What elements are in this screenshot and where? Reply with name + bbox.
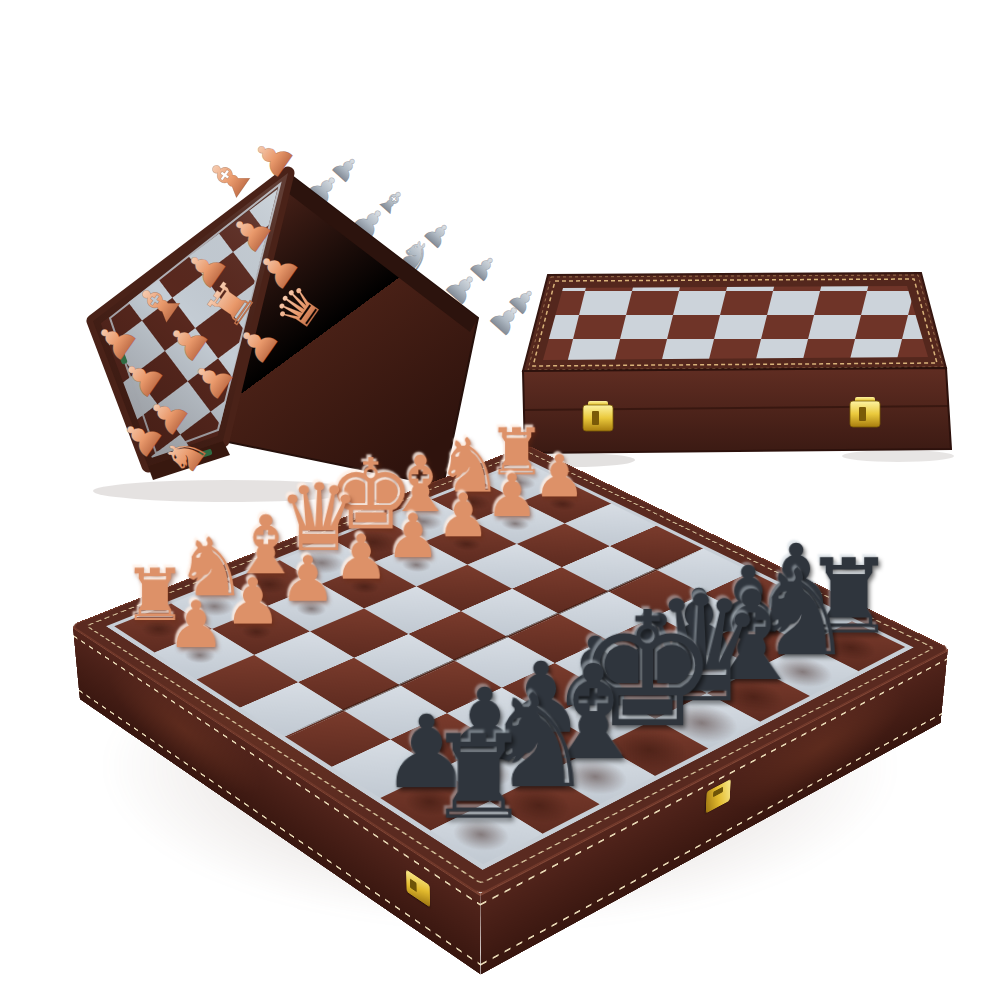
open-chess-board: ♜♟♟♜♞♟♟♞♝♟♟♝♚♟♟♛♛♟♟♚♝♟♟♝♞♟♟♞♜♟♟♜ (195, 325, 815, 945)
piece-black-rook-a8: ♜ (399, 720, 558, 836)
case-clasp-right[interactable] (850, 397, 880, 427)
piece-white-pawn-a2: ♟ (126, 592, 268, 657)
product-photo-stage: ♟♟♞♟♟♟♝♟♟♟ ♟♟♝♟♟♜♟♟♛♟♟♟♝♟♞♟ (0, 0, 1000, 1000)
clasp-front-left[interactable] (406, 869, 430, 907)
case-shadow (842, 450, 954, 462)
clasp-front-right[interactable] (706, 779, 731, 813)
